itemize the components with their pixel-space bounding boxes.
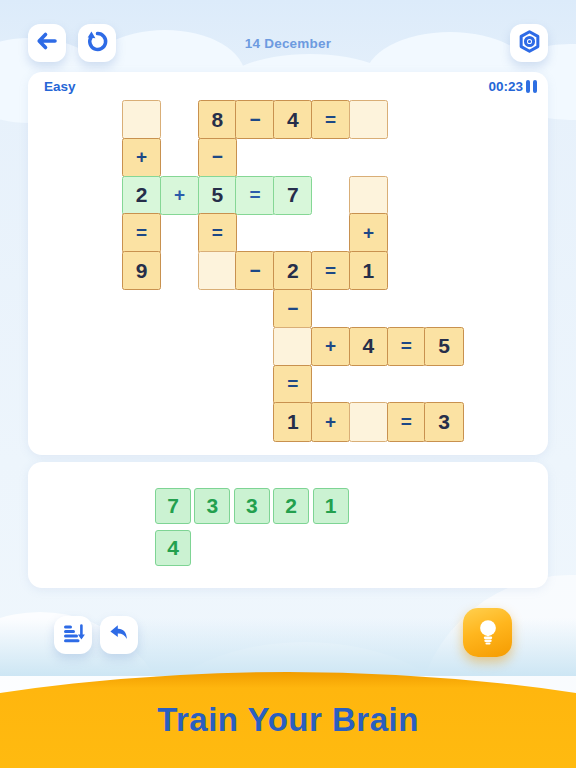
tray-tile[interactable]: 7: [155, 488, 191, 524]
grid-cell-empty[interactable]: [273, 327, 312, 366]
pause-button[interactable]: [526, 80, 540, 93]
difficulty-label: Easy: [44, 79, 76, 94]
pause-icon: [526, 80, 530, 93]
grid-cell: 2: [273, 251, 312, 290]
grid-cell: −: [235, 100, 274, 139]
settings-icon: [517, 29, 542, 58]
tray-tile[interactable]: 4: [155, 530, 191, 566]
tray-tile[interactable]: 1: [313, 488, 349, 524]
puzzle-grid: 8−4=+−2+5=7==+9−2=1−+4=5=1+=3: [122, 100, 466, 444]
sort-icon: [61, 621, 85, 649]
timer-value: 00:23: [488, 79, 523, 94]
grid-cell: =: [122, 213, 161, 252]
tray-tile[interactable]: 2: [273, 488, 309, 524]
grid-cell: =: [387, 327, 426, 366]
grid-cell: =: [311, 100, 350, 139]
grid-cell-empty[interactable]: [349, 100, 388, 139]
grid-cell: =: [235, 176, 274, 215]
grid-cell: 8: [198, 100, 237, 139]
undo-button[interactable]: [100, 616, 138, 654]
tray-tile[interactable]: 3: [234, 488, 270, 524]
grid-cell: −: [198, 138, 237, 177]
pause-icon: [533, 80, 537, 93]
tray-panel: [28, 462, 548, 588]
grid-cell: +: [311, 327, 350, 366]
hint-button[interactable]: [463, 608, 512, 657]
grid-cell: 4: [273, 100, 312, 139]
grid-cell: 4: [349, 327, 388, 366]
grid-cell: −: [273, 289, 312, 328]
grid-cell-empty[interactable]: [349, 176, 388, 215]
grid-cell-empty[interactable]: [349, 402, 388, 441]
grid-cell: =: [387, 402, 426, 441]
grid-cell: +: [122, 138, 161, 177]
grid-cell: +: [160, 176, 199, 215]
app-root: 14 December Easy 00:23 8−4=+−2+5=7==+9−2…: [0, 0, 576, 768]
grid-cell: 7: [273, 176, 312, 215]
grid-cell-empty[interactable]: [198, 251, 237, 290]
grid-cell: =: [273, 365, 312, 404]
grid-cell: =: [311, 251, 350, 290]
grid-cell: 1: [349, 251, 388, 290]
grid-cell: 1: [273, 402, 312, 441]
grid-cell: 3: [424, 402, 463, 441]
grid-cell: +: [349, 213, 388, 252]
tray-tile[interactable]: 3: [194, 488, 230, 524]
undo-icon: [107, 621, 131, 649]
grid-cell-empty[interactable]: [122, 100, 161, 139]
grid-cell: 5: [198, 176, 237, 215]
hint-bulb-icon: [473, 616, 503, 650]
grid-cell: +: [311, 402, 350, 441]
grid-cell: 2: [122, 176, 161, 215]
grid-cell: −: [235, 251, 274, 290]
sort-button[interactable]: [54, 616, 92, 654]
page-title: 14 December: [0, 36, 576, 51]
banner-text: Train Your Brain: [0, 701, 576, 739]
grid-cell: 9: [122, 251, 161, 290]
settings-button[interactable]: [510, 24, 548, 62]
grid-cell: 5: [424, 327, 463, 366]
grid-cell: =: [198, 213, 237, 252]
